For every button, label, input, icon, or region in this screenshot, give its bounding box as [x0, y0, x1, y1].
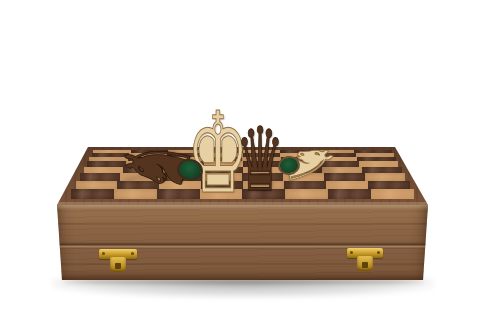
wood-grain-streak [57, 223, 428, 225]
square [71, 189, 114, 199]
chess-set-photo: ♚ ♛ ♞ ♞ [0, 0, 480, 320]
square [328, 189, 371, 199]
latch-hole [362, 262, 368, 268]
square [371, 189, 414, 199]
latch-screw [377, 251, 380, 254]
right-brass-latch[interactable] [347, 248, 383, 275]
latch-screw [350, 251, 353, 254]
latch-screw [102, 252, 105, 255]
square [365, 173, 406, 181]
left-brass-latch[interactable] [99, 249, 137, 278]
latch-screw [131, 252, 134, 255]
latch-hole [115, 263, 121, 269]
square [368, 181, 410, 190]
